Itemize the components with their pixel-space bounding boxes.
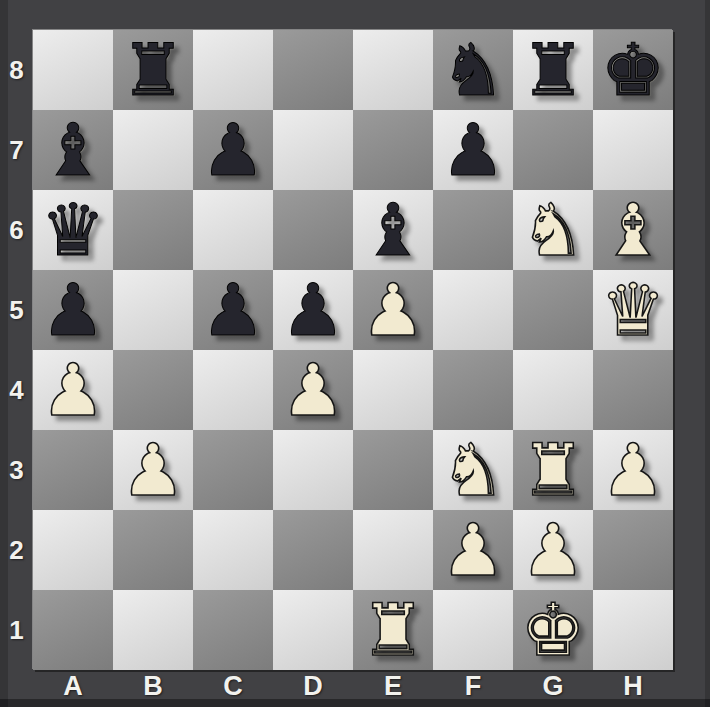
- square-h3[interactable]: ♟: [593, 430, 673, 510]
- square-g7[interactable]: [513, 110, 593, 190]
- square-d3[interactable]: [273, 430, 353, 510]
- rank-label-5: 5: [0, 270, 33, 350]
- square-b1[interactable]: [113, 590, 193, 670]
- square-f8[interactable]: ♞: [433, 30, 513, 110]
- square-c6[interactable]: [193, 190, 273, 270]
- file-label-b: B: [113, 670, 193, 702]
- square-c5[interactable]: ♟: [193, 270, 273, 350]
- square-g5[interactable]: [513, 270, 593, 350]
- square-g3[interactable]: ♜: [513, 430, 593, 510]
- square-d8[interactable]: [273, 30, 353, 110]
- file-labels: ABCDEFGH: [33, 670, 673, 702]
- square-b7[interactable]: [113, 110, 193, 190]
- file-label-h: H: [593, 670, 673, 702]
- square-f6[interactable]: [433, 190, 513, 270]
- square-h4[interactable]: [593, 350, 673, 430]
- rank-label-8: 8: [0, 30, 33, 110]
- piece-white-pawn[interactable]: ♟: [113, 430, 193, 510]
- rank-label-4: 4: [0, 350, 33, 430]
- piece-black-rook[interactable]: ♜: [513, 30, 593, 110]
- piece-white-pawn[interactable]: ♟: [353, 270, 433, 350]
- chess-board: ♜♞♜♚♝♟♟♛♝♞♝♟♟♟♟♛♟♟♟♞♜♟♟♟♜♚: [33, 30, 673, 670]
- square-a6[interactable]: ♛: [33, 190, 113, 270]
- square-h2[interactable]: [593, 510, 673, 590]
- square-c8[interactable]: [193, 30, 273, 110]
- square-f7[interactable]: ♟: [433, 110, 513, 190]
- square-a2[interactable]: [33, 510, 113, 590]
- square-h6[interactable]: ♝: [593, 190, 673, 270]
- piece-white-pawn[interactable]: ♟: [593, 430, 673, 510]
- square-e3[interactable]: [353, 430, 433, 510]
- piece-black-knight[interactable]: ♞: [433, 30, 513, 110]
- square-g6[interactable]: ♞: [513, 190, 593, 270]
- piece-black-pawn[interactable]: ♟: [193, 270, 273, 350]
- rank-label-1: 1: [0, 590, 33, 670]
- piece-white-knight[interactable]: ♞: [513, 190, 593, 270]
- square-a8[interactable]: [33, 30, 113, 110]
- square-a1[interactable]: [33, 590, 113, 670]
- square-f4[interactable]: [433, 350, 513, 430]
- square-h8[interactable]: ♚: [593, 30, 673, 110]
- piece-black-pawn[interactable]: ♟: [433, 110, 513, 190]
- square-d2[interactable]: [273, 510, 353, 590]
- square-f2[interactable]: ♟: [433, 510, 513, 590]
- square-d1[interactable]: [273, 590, 353, 670]
- square-e4[interactable]: [353, 350, 433, 430]
- square-d7[interactable]: [273, 110, 353, 190]
- rank-label-2: 2: [0, 510, 33, 590]
- square-c1[interactable]: [193, 590, 273, 670]
- square-e7[interactable]: [353, 110, 433, 190]
- square-c2[interactable]: [193, 510, 273, 590]
- square-f1[interactable]: [433, 590, 513, 670]
- rank-label-6: 6: [0, 190, 33, 270]
- square-e6[interactable]: ♝: [353, 190, 433, 270]
- square-a5[interactable]: ♟: [33, 270, 113, 350]
- piece-black-bishop[interactable]: ♝: [33, 110, 113, 190]
- file-label-d: D: [273, 670, 353, 702]
- square-f5[interactable]: [433, 270, 513, 350]
- file-label-g: G: [513, 670, 593, 702]
- file-label-c: C: [193, 670, 273, 702]
- piece-white-pawn[interactable]: ♟: [433, 510, 513, 590]
- square-d4[interactable]: ♟: [273, 350, 353, 430]
- piece-black-pawn[interactable]: ♟: [193, 110, 273, 190]
- piece-black-pawn[interactable]: ♟: [33, 270, 113, 350]
- piece-black-king[interactable]: ♚: [593, 30, 673, 110]
- square-h5[interactable]: ♛: [593, 270, 673, 350]
- square-h1[interactable]: [593, 590, 673, 670]
- piece-white-knight[interactable]: ♞: [433, 430, 513, 510]
- square-e2[interactable]: [353, 510, 433, 590]
- piece-black-pawn[interactable]: ♟: [273, 270, 353, 350]
- square-c3[interactable]: [193, 430, 273, 510]
- rank-label-3: 3: [0, 430, 33, 510]
- piece-white-pawn[interactable]: ♟: [513, 510, 593, 590]
- square-b2[interactable]: [113, 510, 193, 590]
- rank-label-7: 7: [0, 110, 33, 190]
- square-b3[interactable]: ♟: [113, 430, 193, 510]
- square-a3[interactable]: [33, 430, 113, 510]
- piece-white-rook[interactable]: ♜: [353, 590, 433, 670]
- file-label-e: E: [353, 670, 433, 702]
- square-e1[interactable]: ♜: [353, 590, 433, 670]
- piece-white-pawn[interactable]: ♟: [273, 350, 353, 430]
- file-label-f: F: [433, 670, 513, 702]
- square-e8[interactable]: [353, 30, 433, 110]
- square-a4[interactable]: ♟: [33, 350, 113, 430]
- piece-white-bishop[interactable]: ♝: [593, 190, 673, 270]
- piece-black-queen[interactable]: ♛: [33, 190, 113, 270]
- square-b4[interactable]: [113, 350, 193, 430]
- square-c7[interactable]: ♟: [193, 110, 273, 190]
- square-d6[interactable]: [273, 190, 353, 270]
- rank-labels: 87654321: [0, 30, 33, 670]
- square-a7[interactable]: ♝: [33, 110, 113, 190]
- piece-white-rook[interactable]: ♜: [513, 430, 593, 510]
- square-b6[interactable]: [113, 190, 193, 270]
- square-c4[interactable]: [193, 350, 273, 430]
- square-e5[interactable]: ♟: [353, 270, 433, 350]
- piece-black-rook[interactable]: ♜: [113, 30, 193, 110]
- square-f3[interactable]: ♞: [433, 430, 513, 510]
- square-g1[interactable]: ♚: [513, 590, 593, 670]
- piece-white-pawn[interactable]: ♟: [33, 350, 113, 430]
- square-g8[interactable]: ♜: [513, 30, 593, 110]
- piece-black-bishop[interactable]: ♝: [353, 190, 433, 270]
- square-g2[interactable]: ♟: [513, 510, 593, 590]
- file-label-a: A: [33, 670, 113, 702]
- square-d5[interactable]: ♟: [273, 270, 353, 350]
- square-g4[interactable]: [513, 350, 593, 430]
- piece-white-king[interactable]: ♚: [513, 590, 593, 670]
- piece-white-queen[interactable]: ♛: [593, 270, 673, 350]
- square-h7[interactable]: [593, 110, 673, 190]
- frame-edge: [705, 0, 710, 707]
- square-b5[interactable]: [113, 270, 193, 350]
- chess-app-window: ♜♞♜♚♝♟♟♛♝♞♝♟♟♟♟♛♟♟♟♞♜♟♟♟♜♚ 87654321 ABCD…: [0, 0, 710, 707]
- square-b8[interactable]: ♜: [113, 30, 193, 110]
